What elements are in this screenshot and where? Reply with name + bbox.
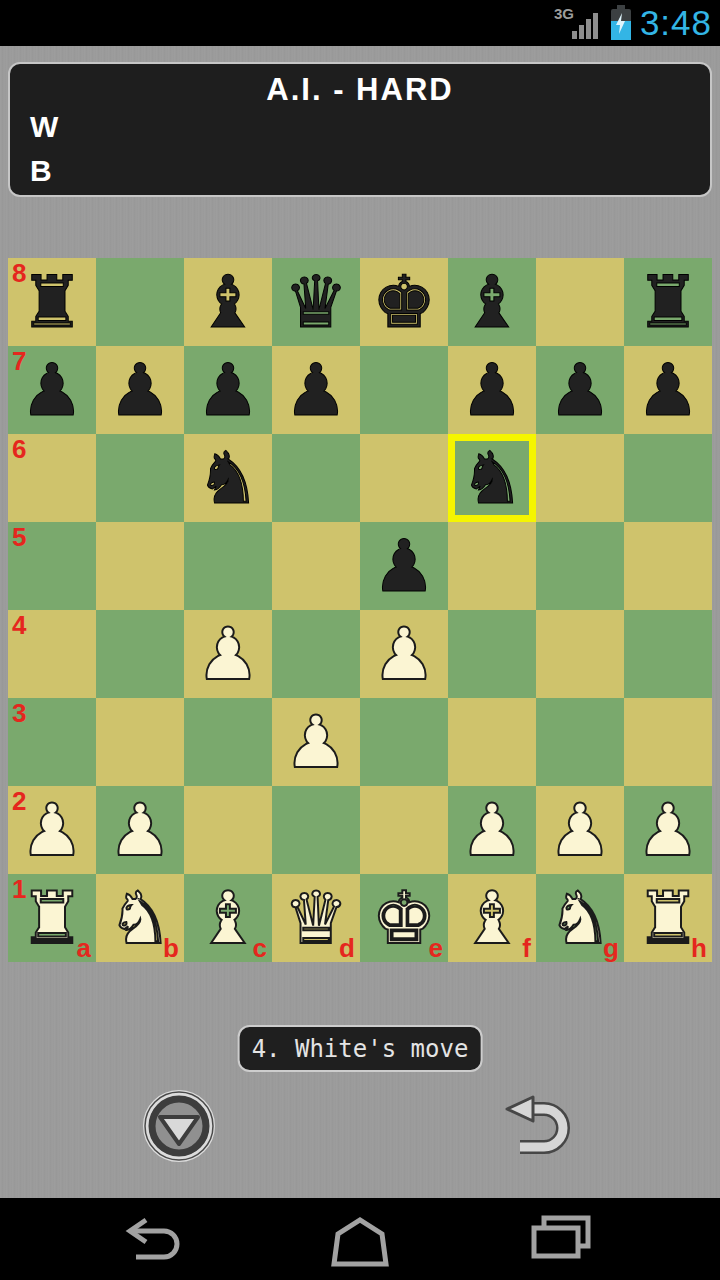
square-h8[interactable]: ♜ — [624, 258, 712, 346]
square-h1[interactable]: h♜ — [624, 874, 712, 962]
square-a1[interactable]: 1a♜ — [8, 874, 96, 962]
square-d3[interactable]: ♟ — [272, 698, 360, 786]
square-d1[interactable]: d♛ — [272, 874, 360, 962]
square-a6[interactable]: 6 — [8, 434, 96, 522]
square-h3[interactable] — [624, 698, 712, 786]
white-pawn: ♟ — [272, 698, 360, 786]
move-status-toast: 4. White's move — [238, 1025, 483, 1072]
square-g8[interactable] — [536, 258, 624, 346]
black-bishop: ♝ — [184, 258, 272, 346]
square-c4[interactable]: ♟ — [184, 610, 272, 698]
white-pawn: ♟ — [96, 786, 184, 874]
home-icon — [322, 1212, 398, 1268]
square-e2[interactable] — [360, 786, 448, 874]
square-b4[interactable] — [96, 610, 184, 698]
square-d8[interactable]: ♛ — [272, 258, 360, 346]
square-f6[interactable]: ♞ — [448, 434, 536, 522]
white-rook: ♜ — [624, 874, 712, 962]
android-nav-bar — [0, 1198, 720, 1280]
black-queen: ♛ — [272, 258, 360, 346]
square-c1[interactable]: c♝ — [184, 874, 272, 962]
square-f4[interactable] — [448, 610, 536, 698]
black-pawn: ♟ — [96, 346, 184, 434]
square-d2[interactable] — [272, 786, 360, 874]
black-player-label: B — [30, 154, 52, 188]
square-f8[interactable]: ♝ — [448, 258, 536, 346]
white-pawn: ♟ — [448, 786, 536, 874]
square-h5[interactable] — [624, 522, 712, 610]
signal-strength-icon — [572, 11, 602, 39]
square-d4[interactable] — [272, 610, 360, 698]
square-b2[interactable]: ♟ — [96, 786, 184, 874]
square-b1[interactable]: b♞ — [96, 874, 184, 962]
white-knight: ♞ — [96, 874, 184, 962]
white-pawn: ♟ — [536, 786, 624, 874]
game-info-panel: A.I. - HARD W B — [8, 62, 712, 197]
square-g6[interactable] — [536, 434, 624, 522]
square-a3[interactable]: 3 — [8, 698, 96, 786]
app-screen: 3G 3:48 A.I. - HARD W B 8♜♝♛♚♝♜7♟♟♟♟♟♟♟6… — [0, 0, 720, 1280]
black-pawn: ♟ — [184, 346, 272, 434]
square-a2[interactable]: 2♟ — [8, 786, 96, 874]
opponent-title: A.I. - HARD — [10, 72, 710, 108]
square-h4[interactable] — [624, 610, 712, 698]
square-e7[interactable] — [360, 346, 448, 434]
white-bishop: ♝ — [184, 874, 272, 962]
white-pawn: ♟ — [360, 610, 448, 698]
nav-back-button[interactable] — [118, 1212, 194, 1268]
white-pawn: ♟ — [8, 786, 96, 874]
square-g1[interactable]: g♞ — [536, 874, 624, 962]
white-knight: ♞ — [536, 874, 624, 962]
square-b5[interactable] — [96, 522, 184, 610]
recents-icon — [522, 1212, 598, 1268]
white-player-label: W — [30, 110, 58, 144]
square-a4[interactable]: 4 — [8, 610, 96, 698]
rank-label-3: 3 — [12, 698, 26, 729]
square-d6[interactable] — [272, 434, 360, 522]
move-status-text: 4. White's move — [252, 1035, 469, 1063]
square-g5[interactable] — [536, 522, 624, 610]
square-g7[interactable]: ♟ — [536, 346, 624, 434]
square-c3[interactable] — [184, 698, 272, 786]
square-e8[interactable]: ♚ — [360, 258, 448, 346]
square-e1[interactable]: e♚ — [360, 874, 448, 962]
square-f5[interactable] — [448, 522, 536, 610]
white-queen: ♛ — [272, 874, 360, 962]
square-a7[interactable]: 7♟ — [8, 346, 96, 434]
undo-arrow-icon — [502, 1095, 574, 1159]
black-knight: ♞ — [184, 434, 272, 522]
square-e6[interactable] — [360, 434, 448, 522]
square-c6[interactable]: ♞ — [184, 434, 272, 522]
square-e5[interactable]: ♟ — [360, 522, 448, 610]
square-f2[interactable]: ♟ — [448, 786, 536, 874]
nav-recents-button[interactable] — [522, 1212, 598, 1268]
square-c8[interactable]: ♝ — [184, 258, 272, 346]
black-pawn: ♟ — [360, 522, 448, 610]
black-bishop: ♝ — [448, 258, 536, 346]
square-c2[interactable] — [184, 786, 272, 874]
white-pawn: ♟ — [624, 786, 712, 874]
square-c7[interactable]: ♟ — [184, 346, 272, 434]
down-arrow-circle-icon — [142, 1089, 216, 1163]
square-f3[interactable] — [448, 698, 536, 786]
black-pawn: ♟ — [272, 346, 360, 434]
undo-button[interactable] — [502, 1095, 574, 1159]
square-d7[interactable]: ♟ — [272, 346, 360, 434]
rank-label-6: 6 — [12, 434, 26, 465]
black-pawn: ♟ — [624, 346, 712, 434]
square-a8[interactable]: 8♜ — [8, 258, 96, 346]
status-bar: 3G 3:48 — [0, 0, 720, 46]
square-e4[interactable]: ♟ — [360, 610, 448, 698]
square-b7[interactable]: ♟ — [96, 346, 184, 434]
square-b6[interactable] — [96, 434, 184, 522]
white-rook: ♜ — [8, 874, 96, 962]
square-f1[interactable]: f♝ — [448, 874, 536, 962]
white-pawn: ♟ — [184, 610, 272, 698]
square-f7[interactable]: ♟ — [448, 346, 536, 434]
square-h6[interactable] — [624, 434, 712, 522]
square-e3[interactable] — [360, 698, 448, 786]
square-h7[interactable]: ♟ — [624, 346, 712, 434]
black-pawn: ♟ — [536, 346, 624, 434]
square-b3[interactable] — [96, 698, 184, 786]
rank-label-5: 5 — [12, 522, 26, 553]
square-a5[interactable]: 5 — [8, 522, 96, 610]
nav-home-button[interactable] — [322, 1212, 398, 1268]
chess-board: 8♜♝♛♚♝♜7♟♟♟♟♟♟♟6♞♞5♟4♟♟3♟2♟♟♟♟♟1a♜b♞c♝d♛… — [8, 258, 712, 962]
black-rook: ♜ — [8, 258, 96, 346]
square-g3[interactable] — [536, 698, 624, 786]
black-rook: ♜ — [624, 258, 712, 346]
square-h2[interactable]: ♟ — [624, 786, 712, 874]
black-pawn: ♟ — [8, 346, 96, 434]
square-c5[interactable] — [184, 522, 272, 610]
battery-charging-icon — [610, 5, 632, 41]
rank-label-4: 4 — [12, 610, 26, 641]
signal-group: 3G — [554, 3, 604, 43]
square-g2[interactable]: ♟ — [536, 786, 624, 874]
black-pawn: ♟ — [448, 346, 536, 434]
black-king: ♚ — [360, 258, 448, 346]
square-b8[interactable] — [96, 258, 184, 346]
white-king: ♚ — [360, 874, 448, 962]
down-arrow-button[interactable] — [142, 1089, 216, 1163]
network-type-label: 3G — [554, 5, 574, 22]
square-d5[interactable] — [272, 522, 360, 610]
white-bishop: ♝ — [448, 874, 536, 962]
back-icon — [118, 1212, 194, 1268]
clock: 3:48 — [640, 3, 712, 43]
black-knight: ♞ — [448, 434, 536, 522]
square-g4[interactable] — [536, 610, 624, 698]
